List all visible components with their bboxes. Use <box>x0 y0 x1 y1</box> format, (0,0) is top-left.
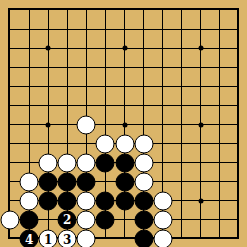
go-stone-white <box>77 115 96 134</box>
go-stone-white <box>58 153 77 172</box>
go-stone-white <box>96 134 115 153</box>
go-stone-white-move-3: 3 <box>58 230 77 247</box>
go-stone-black <box>134 191 153 210</box>
go-stone-white <box>134 153 153 172</box>
go-stone-black <box>77 172 96 191</box>
go-stone-black <box>58 172 77 191</box>
go-stone-black-move-4: 4 <box>20 230 39 247</box>
go-stone-white <box>134 172 153 191</box>
go-stone-black <box>58 191 77 210</box>
go-stone-white <box>153 210 172 229</box>
go-stone-white <box>77 153 96 172</box>
go-stone-white <box>153 230 172 247</box>
go-stone-black <box>39 191 58 210</box>
go-stone-white <box>115 134 134 153</box>
star-point <box>46 122 51 127</box>
go-stone-black <box>115 172 134 191</box>
go-stone-black <box>115 153 134 172</box>
star-point <box>46 46 51 51</box>
go-stone-black-move-2: 2 <box>58 210 77 229</box>
go-stone-white <box>77 230 96 247</box>
star-point <box>122 122 127 127</box>
go-stone-white <box>20 172 39 191</box>
go-stone-black <box>134 230 153 247</box>
go-board: 2413 <box>0 0 247 247</box>
go-stone-white-move-1: 1 <box>39 230 58 247</box>
go-stone-white <box>153 191 172 210</box>
star-point <box>198 198 203 203</box>
go-stone-black <box>96 210 115 229</box>
grid-hline <box>10 219 239 220</box>
go-stone-white <box>39 153 58 172</box>
go-stone-black <box>134 210 153 229</box>
star-point <box>122 46 127 51</box>
go-stone-black <box>115 191 134 210</box>
grid-vline <box>219 10 220 239</box>
go-stone-black <box>96 191 115 210</box>
go-stone-black <box>96 153 115 172</box>
star-point <box>198 46 203 51</box>
go-stone-black <box>39 172 58 191</box>
go-stone-white <box>134 134 153 153</box>
go-stone-black <box>20 210 39 229</box>
star-point <box>198 122 203 127</box>
go-stone-white <box>1 210 20 229</box>
grid-vline <box>181 10 182 239</box>
go-stone-white <box>20 191 39 210</box>
go-stone-white <box>77 191 96 210</box>
go-stone-white <box>77 210 96 229</box>
